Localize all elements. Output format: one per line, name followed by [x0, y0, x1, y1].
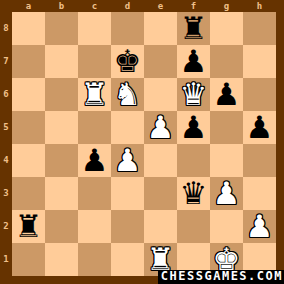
square-g8: [210, 12, 243, 45]
piece-white-rook: ♜: [81, 78, 109, 111]
file-label-a: a: [12, 0, 45, 12]
square-a4: [12, 144, 45, 177]
square-f2: [177, 210, 210, 243]
piece-black-queen: ♛: [180, 177, 208, 210]
square-h2: ♟: [243, 210, 276, 243]
rank-label-3: 3: [0, 177, 12, 210]
square-e7: [144, 45, 177, 78]
square-f4: [177, 144, 210, 177]
square-d3: [111, 177, 144, 210]
watermark: CHESSGAMES.COM: [158, 270, 284, 284]
square-e5: ♟: [144, 111, 177, 144]
file-label-h: h: [243, 0, 276, 12]
file-label-d: d: [111, 0, 144, 12]
square-a1: [12, 243, 45, 276]
square-a8: [12, 12, 45, 45]
rank-label-8: 8: [0, 12, 12, 45]
square-g3: ♟: [210, 177, 243, 210]
square-c4: ♟: [78, 144, 111, 177]
square-b7: [45, 45, 78, 78]
file-label-c: c: [78, 0, 111, 12]
rank-label-1: 1: [0, 243, 12, 276]
square-b8: [45, 12, 78, 45]
rank-label-7: 7: [0, 45, 12, 78]
piece-black-king: ♚: [114, 45, 142, 78]
square-g6: ♟: [210, 78, 243, 111]
square-h6: [243, 78, 276, 111]
square-g4: [210, 144, 243, 177]
piece-black-pawn: ♟: [180, 111, 208, 144]
piece-black-pawn: ♟: [81, 144, 109, 177]
square-a6: [12, 78, 45, 111]
square-h8: [243, 12, 276, 45]
piece-white-queen: ♛: [180, 78, 208, 111]
square-a7: [12, 45, 45, 78]
square-c3: [78, 177, 111, 210]
square-f7: ♟: [177, 45, 210, 78]
file-label-g: g: [210, 0, 243, 12]
square-g7: [210, 45, 243, 78]
rank-label-2: 2: [0, 210, 12, 243]
square-d8: [111, 12, 144, 45]
square-e6: [144, 78, 177, 111]
square-e2: [144, 210, 177, 243]
square-c6: ♜: [78, 78, 111, 111]
piece-black-pawn: ♟: [180, 45, 208, 78]
piece-white-pawn: ♟: [114, 144, 142, 177]
square-f8: ♜: [177, 12, 210, 45]
square-d1: [111, 243, 144, 276]
square-h5: ♟: [243, 111, 276, 144]
square-b3: [45, 177, 78, 210]
piece-white-pawn: ♟: [213, 177, 241, 210]
square-d7: ♚: [111, 45, 144, 78]
square-a5: [12, 111, 45, 144]
piece-black-rook: ♜: [15, 210, 43, 243]
piece-white-pawn: ♟: [147, 111, 175, 144]
piece-white-pawn: ♟: [246, 210, 274, 243]
chess-diagram: abcdefgh 87654321 ♜♚♟♜♞♛♟♟♟♟♟♟♛♟♜♟♜♚ CHE…: [0, 0, 284, 284]
square-c1: [78, 243, 111, 276]
chess-board: ♜♚♟♜♞♛♟♟♟♟♟♟♛♟♜♟♜♚: [12, 12, 276, 276]
square-b1: [45, 243, 78, 276]
piece-black-rook: ♜: [180, 12, 208, 45]
square-h7: [243, 45, 276, 78]
square-f5: ♟: [177, 111, 210, 144]
square-b2: [45, 210, 78, 243]
piece-black-pawn: ♟: [246, 111, 274, 144]
file-label-b: b: [45, 0, 78, 12]
square-f6: ♛: [177, 78, 210, 111]
rank-label-6: 6: [0, 78, 12, 111]
square-d2: [111, 210, 144, 243]
square-c8: [78, 12, 111, 45]
square-h3: [243, 177, 276, 210]
piece-white-knight: ♞: [114, 78, 142, 111]
square-b4: [45, 144, 78, 177]
square-d5: [111, 111, 144, 144]
square-b6: [45, 78, 78, 111]
square-d6: ♞: [111, 78, 144, 111]
square-a2: ♜: [12, 210, 45, 243]
square-g2: [210, 210, 243, 243]
square-a3: [12, 177, 45, 210]
square-h4: [243, 144, 276, 177]
square-g5: [210, 111, 243, 144]
square-b5: [45, 111, 78, 144]
square-c2: [78, 210, 111, 243]
square-d4: ♟: [111, 144, 144, 177]
piece-black-pawn: ♟: [213, 78, 241, 111]
square-c7: [78, 45, 111, 78]
square-f3: ♛: [177, 177, 210, 210]
rank-label-5: 5: [0, 111, 12, 144]
square-c5: [78, 111, 111, 144]
rank-label-4: 4: [0, 144, 12, 177]
square-e3: [144, 177, 177, 210]
square-e4: [144, 144, 177, 177]
file-label-e: e: [144, 0, 177, 12]
square-e8: [144, 12, 177, 45]
